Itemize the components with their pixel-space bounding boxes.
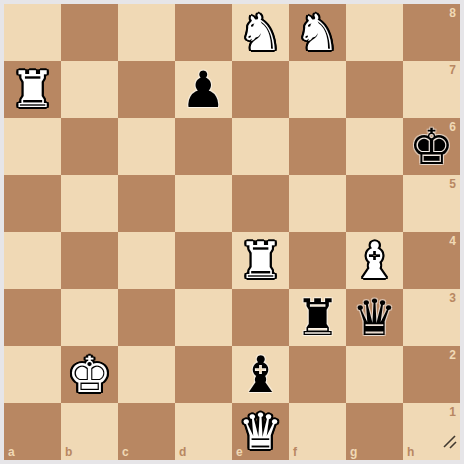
square-a6[interactable] [4, 118, 61, 175]
file-label-b: b [65, 446, 72, 458]
page: ♞♞8♜♟76♚5♜♝4♜♛3♚♝2abcde♛fg1h [0, 0, 464, 464]
square-d7[interactable]: ♟ [175, 61, 232, 118]
square-b1[interactable]: b [61, 403, 118, 460]
rank-label-3: 3 [449, 292, 456, 304]
square-c2[interactable] [118, 346, 175, 403]
piece-white-king[interactable]: ♚ [67, 350, 112, 400]
square-e5[interactable] [232, 175, 289, 232]
square-g8[interactable] [346, 4, 403, 61]
square-d3[interactable] [175, 289, 232, 346]
square-f6[interactable] [289, 118, 346, 175]
square-h8[interactable]: 8 [403, 4, 460, 61]
square-b7[interactable] [61, 61, 118, 118]
rank-label-7: 7 [449, 64, 456, 76]
board-resize-handle-icon[interactable] [442, 434, 458, 450]
square-h6[interactable]: 6♚ [403, 118, 460, 175]
square-e2[interactable]: ♝ [232, 346, 289, 403]
square-a2[interactable] [4, 346, 61, 403]
piece-white-rook[interactable]: ♜ [238, 236, 283, 286]
piece-white-knight[interactable]: ♞ [238, 8, 283, 58]
square-d2[interactable] [175, 346, 232, 403]
chess-board: ♞♞8♜♟76♚5♜♝4♜♛3♚♝2abcde♛fg1h [4, 4, 460, 460]
square-c8[interactable] [118, 4, 175, 61]
rank-label-4: 4 [449, 235, 456, 247]
square-g3[interactable]: ♛ [346, 289, 403, 346]
square-a3[interactable] [4, 289, 61, 346]
file-label-g: g [350, 446, 357, 458]
piece-black-pawn[interactable]: ♟ [181, 65, 226, 115]
square-f5[interactable] [289, 175, 346, 232]
square-f2[interactable] [289, 346, 346, 403]
square-e6[interactable] [232, 118, 289, 175]
square-h7[interactable]: 7 [403, 61, 460, 118]
square-d8[interactable] [175, 4, 232, 61]
square-d4[interactable] [175, 232, 232, 289]
square-c7[interactable] [118, 61, 175, 118]
file-label-a: a [8, 446, 15, 458]
square-a5[interactable] [4, 175, 61, 232]
piece-black-queen[interactable]: ♛ [352, 293, 397, 343]
square-c4[interactable] [118, 232, 175, 289]
square-g6[interactable] [346, 118, 403, 175]
square-g4[interactable]: ♝ [346, 232, 403, 289]
square-h3[interactable]: 3 [403, 289, 460, 346]
square-e1[interactable]: e♛ [232, 403, 289, 460]
square-b4[interactable] [61, 232, 118, 289]
square-h5[interactable]: 5 [403, 175, 460, 232]
square-c5[interactable] [118, 175, 175, 232]
square-f1[interactable]: f [289, 403, 346, 460]
square-b5[interactable] [61, 175, 118, 232]
square-e3[interactable] [232, 289, 289, 346]
square-d1[interactable]: d [175, 403, 232, 460]
square-e4[interactable]: ♜ [232, 232, 289, 289]
piece-white-rook[interactable]: ♜ [10, 65, 55, 115]
square-g5[interactable] [346, 175, 403, 232]
square-f4[interactable] [289, 232, 346, 289]
square-a1[interactable]: a [4, 403, 61, 460]
square-b3[interactable] [61, 289, 118, 346]
piece-white-knight[interactable]: ♞ [295, 8, 340, 58]
file-label-h: h [407, 446, 414, 458]
square-c6[interactable] [118, 118, 175, 175]
square-h1[interactable]: 1h [403, 403, 460, 460]
file-label-c: c [122, 446, 129, 458]
rank-label-1: 1 [449, 406, 456, 418]
square-f8[interactable]: ♞ [289, 4, 346, 61]
square-g7[interactable] [346, 61, 403, 118]
piece-white-bishop[interactable]: ♝ [352, 236, 397, 286]
square-d6[interactable] [175, 118, 232, 175]
square-g1[interactable]: g [346, 403, 403, 460]
square-c3[interactable] [118, 289, 175, 346]
piece-black-king[interactable]: ♚ [409, 122, 454, 172]
square-h2[interactable]: 2 [403, 346, 460, 403]
file-label-d: d [179, 446, 186, 458]
file-label-f: f [293, 446, 297, 458]
rank-label-2: 2 [449, 349, 456, 361]
square-a8[interactable] [4, 4, 61, 61]
square-d5[interactable] [175, 175, 232, 232]
square-e7[interactable] [232, 61, 289, 118]
rank-label-8: 8 [449, 7, 456, 19]
rank-label-5: 5 [449, 178, 456, 190]
piece-black-bishop[interactable]: ♝ [238, 350, 283, 400]
square-h4[interactable]: 4 [403, 232, 460, 289]
square-c1[interactable]: c [118, 403, 175, 460]
piece-black-rook[interactable]: ♜ [295, 293, 340, 343]
square-a7[interactable]: ♜ [4, 61, 61, 118]
square-b2[interactable]: ♚ [61, 346, 118, 403]
square-f3[interactable]: ♜ [289, 289, 346, 346]
square-e8[interactable]: ♞ [232, 4, 289, 61]
square-b6[interactable] [61, 118, 118, 175]
square-g2[interactable] [346, 346, 403, 403]
square-f7[interactable] [289, 61, 346, 118]
square-b8[interactable] [61, 4, 118, 61]
piece-white-queen[interactable]: ♛ [238, 407, 283, 457]
square-a4[interactable] [4, 232, 61, 289]
